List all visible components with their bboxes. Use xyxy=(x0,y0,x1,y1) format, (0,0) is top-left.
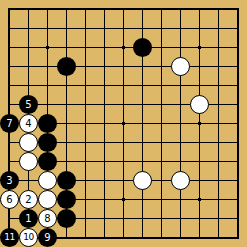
stone-black xyxy=(57,57,76,76)
stone-white xyxy=(38,190,57,209)
stone-move-number: 6 xyxy=(6,195,12,205)
stone-black xyxy=(38,114,57,133)
stone-black: 7 xyxy=(0,114,19,133)
stone-white: 6 xyxy=(0,190,19,209)
stone-layer: 5743621811109 xyxy=(0,0,247,247)
stone-black xyxy=(57,190,76,209)
stone-white: 10 xyxy=(19,228,38,247)
go-board[interactable]: 5743621811109 xyxy=(0,0,247,247)
stone-white: 2 xyxy=(19,190,38,209)
stone-white xyxy=(19,133,38,152)
stone-black: 9 xyxy=(38,228,57,247)
stone-white: 4 xyxy=(19,114,38,133)
stone-black: 11 xyxy=(0,228,19,247)
stone-white xyxy=(171,57,190,76)
stone-move-number: 9 xyxy=(44,233,50,243)
stone-black xyxy=(133,38,152,57)
stone-move-number: 8 xyxy=(44,214,50,224)
stone-white xyxy=(190,95,209,114)
stone-black: 3 xyxy=(0,171,19,190)
stone-white xyxy=(171,171,190,190)
stone-move-number: 10 xyxy=(23,233,33,242)
stone-move-number: 4 xyxy=(25,119,31,129)
stone-move-number: 1 xyxy=(25,214,31,224)
stone-black: 5 xyxy=(19,95,38,114)
stone-move-number: 2 xyxy=(25,195,31,205)
stone-black xyxy=(38,133,57,152)
stone-black xyxy=(38,152,57,171)
stone-move-number: 7 xyxy=(6,119,12,129)
stone-white: 8 xyxy=(38,209,57,228)
stone-move-number: 3 xyxy=(6,176,12,186)
stone-black xyxy=(57,209,76,228)
stone-black xyxy=(57,171,76,190)
stone-white xyxy=(38,171,57,190)
stone-black: 1 xyxy=(19,209,38,228)
stone-white xyxy=(19,152,38,171)
go-diagram: 5743621811109 xyxy=(0,0,247,247)
stone-move-number: 11 xyxy=(4,233,14,242)
stone-move-number: 5 xyxy=(25,100,31,110)
stone-white xyxy=(133,171,152,190)
